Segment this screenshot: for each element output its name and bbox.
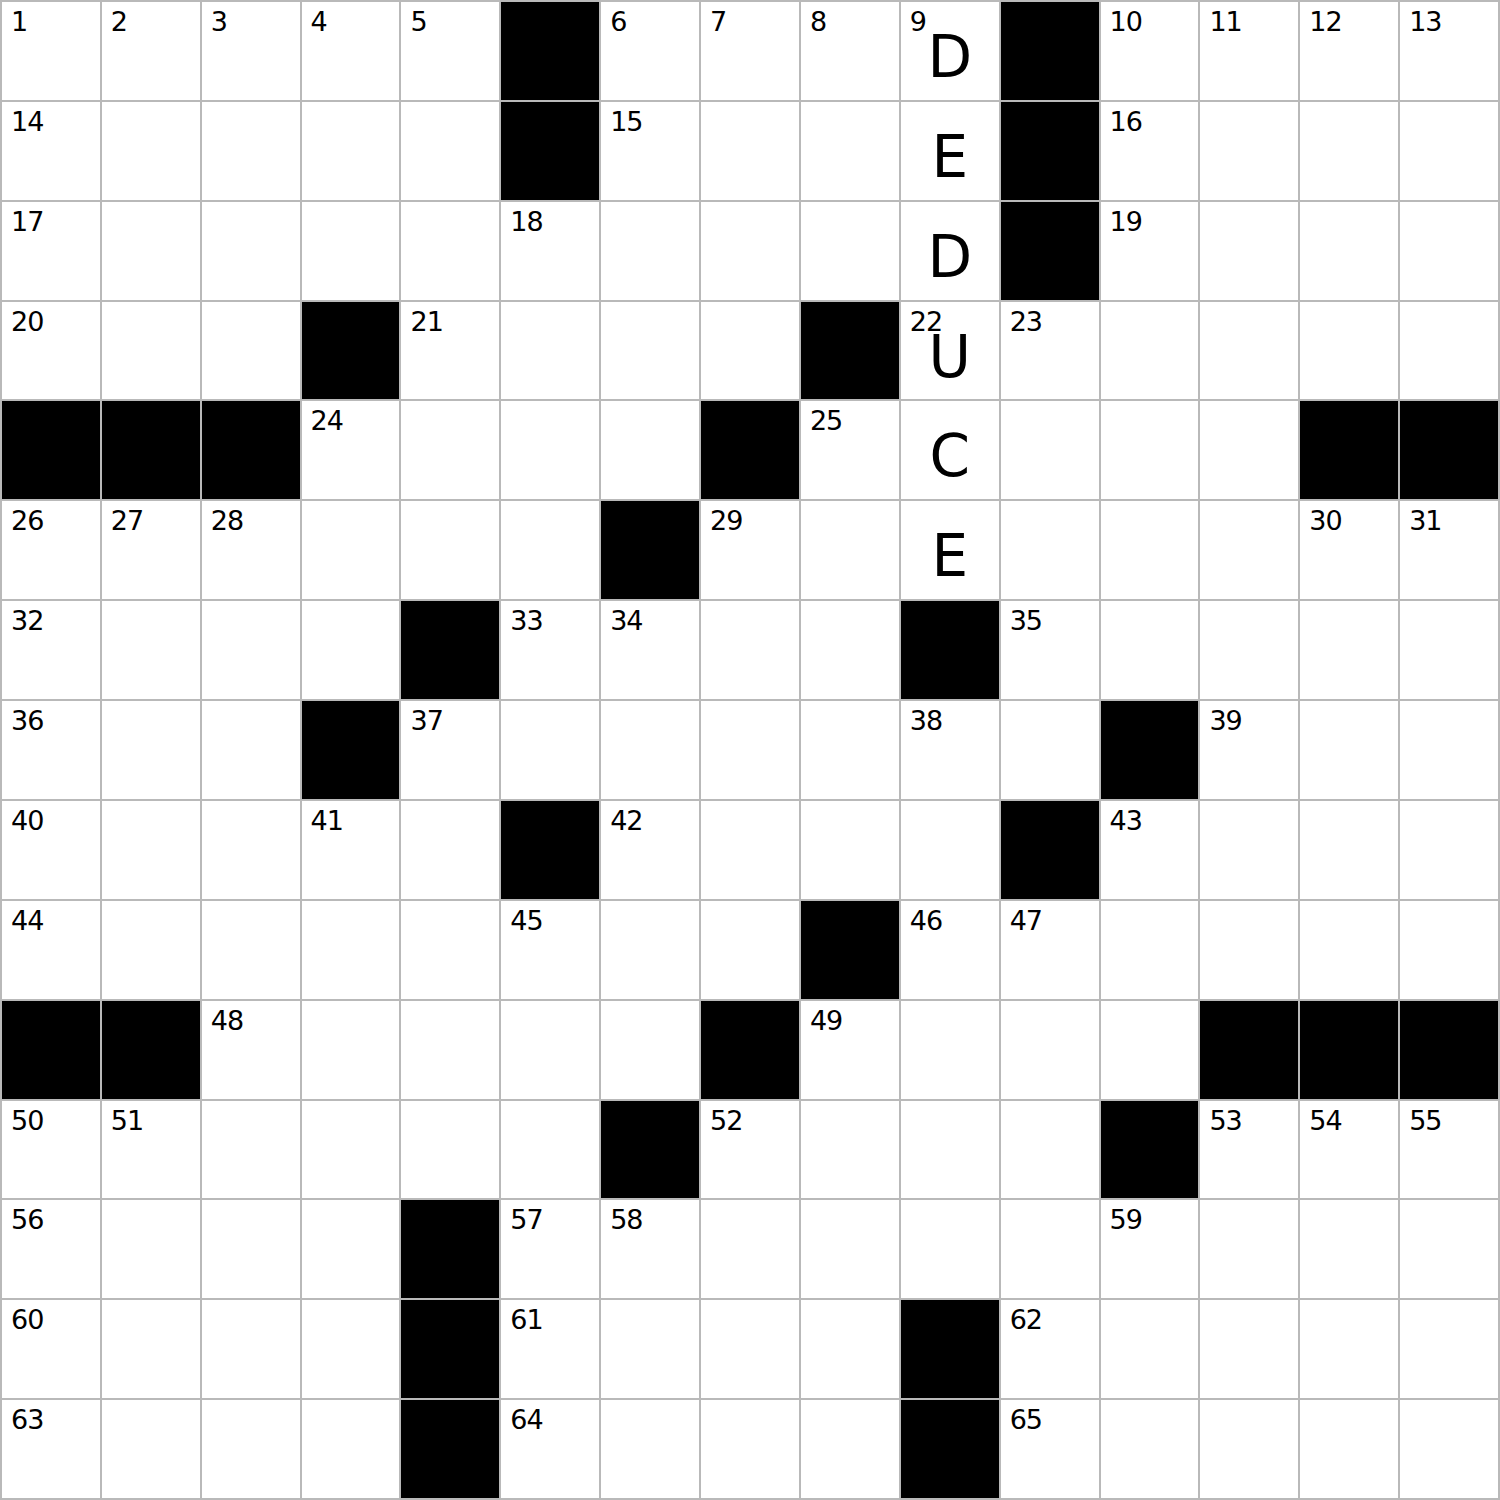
white-cell-r13c2[interactable] — [102, 1200, 200, 1298]
white-cell-r14c3[interactable] — [202, 1300, 300, 1398]
white-cell-r9c8[interactable] — [701, 801, 799, 899]
white-cell-r14c13[interactable] — [1200, 1300, 1298, 1398]
white-cell-r7c3[interactable] — [202, 601, 300, 699]
black-cell-r11c15 — [1400, 1001, 1498, 1099]
white-cell-r7c8[interactable] — [701, 601, 799, 699]
white-cell-r4c2[interactable] — [102, 302, 200, 400]
white-cell-r2c3[interactable] — [202, 102, 300, 200]
clue-number-41: 41 — [311, 807, 343, 834]
white-cell-r1c15[interactable]: 13 — [1400, 2, 1498, 100]
white-cell-r3c8[interactable] — [701, 202, 799, 300]
white-cell-r2c8[interactable] — [701, 102, 799, 200]
white-cell-r8c9[interactable] — [801, 701, 899, 799]
black-cell-r9c6 — [501, 801, 599, 899]
white-cell-r14c15[interactable] — [1400, 1300, 1498, 1398]
clue-number-27: 27 — [111, 507, 143, 534]
clue-number-38: 38 — [910, 707, 942, 734]
white-cell-r15c8[interactable] — [701, 1400, 799, 1498]
white-cell-r14c12[interactable] — [1101, 1300, 1199, 1398]
clue-number-26: 26 — [11, 507, 43, 534]
clue-number-21: 21 — [410, 308, 442, 335]
black-cell-r5c1 — [2, 401, 100, 499]
black-cell-r11c13 — [1200, 1001, 1298, 1099]
white-cell-r2c9[interactable] — [801, 102, 899, 200]
white-cell-r10c7[interactable] — [601, 901, 699, 999]
white-cell-r12c14[interactable]: 54 — [1300, 1101, 1398, 1199]
white-cell-r9c9[interactable] — [801, 801, 899, 899]
clue-number-49: 49 — [810, 1007, 842, 1034]
black-cell-r1c6 — [501, 2, 599, 100]
white-cell-r15c3[interactable] — [202, 1400, 300, 1498]
white-cell-r7c12[interactable] — [1101, 601, 1199, 699]
white-cell-r4c7[interactable] — [601, 302, 699, 400]
white-cell-r3c14[interactable] — [1300, 202, 1398, 300]
clue-number-28: 28 — [211, 507, 243, 534]
black-cell-r8c4 — [302, 701, 400, 799]
white-cell-r8c8[interactable] — [701, 701, 799, 799]
white-cell-r11c9[interactable]: 49 — [801, 1001, 899, 1099]
white-cell-r5c10[interactable]: C — [901, 401, 999, 499]
white-cell-r12c13[interactable]: 53 — [1200, 1101, 1298, 1199]
clue-number-53: 53 — [1209, 1107, 1241, 1134]
white-cell-r13c11[interactable] — [1001, 1200, 1099, 1298]
black-cell-r5c8 — [701, 401, 799, 499]
white-cell-r5c6[interactable] — [501, 401, 599, 499]
white-cell-r14c14[interactable] — [1300, 1300, 1398, 1398]
white-cell-r15c14[interactable] — [1300, 1400, 1398, 1498]
clue-number-19: 19 — [1110, 208, 1142, 235]
white-cell-r1c7[interactable]: 6 — [601, 2, 699, 100]
white-cell-r9c4[interactable]: 41 — [302, 801, 400, 899]
white-cell-r14c2[interactable] — [102, 1300, 200, 1398]
white-cell-r1c10[interactable]: 9D — [901, 2, 999, 100]
white-cell-r8c7[interactable] — [601, 701, 699, 799]
clue-number-13: 13 — [1409, 8, 1441, 35]
white-cell-r2c4[interactable] — [302, 102, 400, 200]
white-cell-r8c2[interactable] — [102, 701, 200, 799]
white-cell-r10c10[interactable]: 46 — [901, 901, 999, 999]
white-cell-r12c15[interactable]: 55 — [1400, 1101, 1498, 1199]
white-cell-r9c2[interactable] — [102, 801, 200, 899]
white-cell-r4c11[interactable]: 23 — [1001, 302, 1099, 400]
clue-number-63: 63 — [11, 1406, 43, 1433]
white-cell-r10c3[interactable] — [202, 901, 300, 999]
white-cell-r1c1[interactable]: 1 — [2, 2, 100, 100]
white-cell-r13c3[interactable] — [202, 1200, 300, 1298]
white-cell-r5c9[interactable]: 25 — [801, 401, 899, 499]
clue-number-14: 14 — [11, 108, 43, 135]
white-cell-r6c12[interactable] — [1101, 501, 1199, 599]
black-cell-r5c14 — [1300, 401, 1398, 499]
clue-number-23: 23 — [1010, 308, 1042, 335]
clue-number-51: 51 — [111, 1107, 143, 1134]
clue-number-46: 46 — [910, 907, 942, 934]
white-cell-r13c7[interactable]: 58 — [601, 1200, 699, 1298]
clue-number-62: 62 — [1010, 1306, 1042, 1333]
white-cell-r7c4[interactable] — [302, 601, 400, 699]
white-cell-r11c7[interactable] — [601, 1001, 699, 1099]
black-cell-r9c11 — [1001, 801, 1099, 899]
filled-letter-E: E — [901, 501, 999, 599]
white-cell-r4c6[interactable] — [501, 302, 599, 400]
clue-number-39: 39 — [1209, 707, 1241, 734]
white-cell-r8c6[interactable] — [501, 701, 599, 799]
black-cell-r7c5 — [401, 601, 499, 699]
white-cell-r9c1[interactable]: 40 — [2, 801, 100, 899]
clue-number-44: 44 — [11, 907, 43, 934]
white-cell-r3c9[interactable] — [801, 202, 899, 300]
white-cell-r15c7[interactable] — [601, 1400, 699, 1498]
white-cell-r4c13[interactable] — [1200, 302, 1298, 400]
black-cell-r15c10 — [901, 1400, 999, 1498]
white-cell-r13c15[interactable] — [1400, 1200, 1498, 1298]
white-cell-r7c6[interactable]: 33 — [501, 601, 599, 699]
white-cell-r4c8[interactable] — [701, 302, 799, 400]
white-cell-r2c2[interactable] — [102, 102, 200, 200]
black-cell-r11c2 — [102, 1001, 200, 1099]
clue-number-34: 34 — [610, 607, 642, 634]
white-cell-r2c10[interactable]: E — [901, 102, 999, 200]
clue-number-25: 25 — [810, 407, 842, 434]
clue-number-31: 31 — [1409, 507, 1441, 534]
white-cell-r5c5[interactable] — [401, 401, 499, 499]
white-cell-r4c3[interactable] — [202, 302, 300, 400]
white-cell-r3c3[interactable] — [202, 202, 300, 300]
white-cell-r13c14[interactable] — [1300, 1200, 1398, 1298]
clue-number-11: 11 — [1209, 8, 1241, 35]
white-cell-r7c13[interactable] — [1200, 601, 1298, 699]
white-cell-r3c5[interactable] — [401, 202, 499, 300]
white-cell-r7c11[interactable]: 35 — [1001, 601, 1099, 699]
clue-number-15: 15 — [610, 108, 642, 135]
clue-number-33: 33 — [510, 607, 542, 634]
white-cell-r1c5[interactable]: 5 — [401, 2, 499, 100]
clue-number-52: 52 — [710, 1107, 742, 1134]
white-cell-r13c8[interactable] — [701, 1200, 799, 1298]
white-cell-r3c7[interactable] — [601, 202, 699, 300]
white-cell-r4c12[interactable] — [1101, 302, 1199, 400]
white-cell-r12c11[interactable] — [1001, 1101, 1099, 1199]
clue-number-64: 64 — [510, 1406, 542, 1433]
clue-number-55: 55 — [1409, 1107, 1441, 1134]
white-cell-r9c10[interactable] — [901, 801, 999, 899]
white-cell-r13c6[interactable]: 57 — [501, 1200, 599, 1298]
clue-number-4: 4 — [311, 8, 327, 35]
white-cell-r12c5[interactable] — [401, 1101, 499, 1199]
black-cell-r5c15 — [1400, 401, 1498, 499]
white-cell-r15c12[interactable] — [1101, 1400, 1199, 1498]
white-cell-r12c9[interactable] — [801, 1101, 899, 1199]
white-cell-r8c15[interactable] — [1400, 701, 1498, 799]
filled-letter-D: D — [901, 202, 999, 300]
clue-number-10: 10 — [1110, 8, 1142, 35]
white-cell-r3c2[interactable] — [102, 202, 200, 300]
white-cell-r6c10[interactable]: E — [901, 501, 999, 599]
white-cell-r4c10[interactable]: 22U — [901, 302, 999, 400]
clue-number-40: 40 — [11, 807, 43, 834]
white-cell-r4c15[interactable] — [1400, 302, 1498, 400]
white-cell-r11c6[interactable] — [501, 1001, 599, 1099]
white-cell-r3c12[interactable]: 19 — [1101, 202, 1199, 300]
clue-number-6: 6 — [610, 8, 626, 35]
clue-number-59: 59 — [1110, 1206, 1142, 1233]
white-cell-r5c7[interactable] — [601, 401, 699, 499]
white-cell-r6c11[interactable] — [1001, 501, 1099, 599]
white-cell-r10c11[interactable]: 47 — [1001, 901, 1099, 999]
white-cell-r6c14[interactable]: 30 — [1300, 501, 1398, 599]
black-cell-r12c12 — [1101, 1101, 1199, 1199]
white-cell-r6c8[interactable]: 29 — [701, 501, 799, 599]
white-cell-r6c15[interactable]: 31 — [1400, 501, 1498, 599]
clue-number-30: 30 — [1309, 507, 1341, 534]
white-cell-r15c9[interactable] — [801, 1400, 899, 1498]
black-cell-r10c9 — [801, 901, 899, 999]
clue-number-18: 18 — [510, 208, 542, 235]
white-cell-r6c6[interactable] — [501, 501, 599, 599]
white-cell-r11c5[interactable] — [401, 1001, 499, 1099]
white-cell-r11c4[interactable] — [302, 1001, 400, 1099]
black-cell-r14c10 — [901, 1300, 999, 1398]
white-cell-r4c1[interactable]: 20 — [2, 302, 100, 400]
clue-number-57: 57 — [510, 1206, 542, 1233]
white-cell-r11c10[interactable] — [901, 1001, 999, 1099]
white-cell-r11c11[interactable] — [1001, 1001, 1099, 1099]
white-cell-r9c14[interactable] — [1300, 801, 1398, 899]
white-cell-r4c5[interactable]: 21 — [401, 302, 499, 400]
white-cell-r14c1[interactable]: 60 — [2, 1300, 100, 1398]
white-cell-r1c4[interactable]: 4 — [302, 2, 400, 100]
black-cell-r12c7 — [601, 1101, 699, 1199]
white-cell-r14c4[interactable] — [302, 1300, 400, 1398]
clue-number-58: 58 — [610, 1206, 642, 1233]
white-cell-r10c6[interactable]: 45 — [501, 901, 599, 999]
white-cell-r12c2[interactable]: 51 — [102, 1101, 200, 1199]
white-cell-r2c14[interactable] — [1300, 102, 1398, 200]
white-cell-r1c2[interactable]: 2 — [102, 2, 200, 100]
white-cell-r8c13[interactable]: 39 — [1200, 701, 1298, 799]
white-cell-r13c1[interactable]: 56 — [2, 1200, 100, 1298]
black-cell-r13c5 — [401, 1200, 499, 1298]
clue-number-5: 5 — [410, 8, 426, 35]
white-cell-r9c7[interactable]: 42 — [601, 801, 699, 899]
black-cell-r2c6 — [501, 102, 599, 200]
white-cell-r15c4[interactable] — [302, 1400, 400, 1498]
white-cell-r15c13[interactable] — [1200, 1400, 1298, 1498]
white-cell-r7c2[interactable] — [102, 601, 200, 699]
clue-number-7: 7 — [710, 8, 726, 35]
clue-number-17: 17 — [11, 208, 43, 235]
white-cell-r9c15[interactable] — [1400, 801, 1498, 899]
clue-number-48: 48 — [211, 1007, 243, 1034]
clue-number-16: 16 — [1110, 108, 1142, 135]
clue-number-61: 61 — [510, 1306, 542, 1333]
white-cell-r14c9[interactable] — [801, 1300, 899, 1398]
white-cell-r14c7[interactable] — [601, 1300, 699, 1398]
white-cell-r13c9[interactable] — [801, 1200, 899, 1298]
white-cell-r2c1[interactable]: 14 — [2, 102, 100, 200]
white-cell-r12c10[interactable] — [901, 1101, 999, 1199]
white-cell-r9c12[interactable]: 43 — [1101, 801, 1199, 899]
white-cell-r13c4[interactable] — [302, 1200, 400, 1298]
clue-number-50: 50 — [11, 1107, 43, 1134]
black-cell-r11c8 — [701, 1001, 799, 1099]
white-cell-r1c3[interactable]: 3 — [202, 2, 300, 100]
white-cell-r6c1[interactable]: 26 — [2, 501, 100, 599]
clue-number-12: 12 — [1309, 8, 1341, 35]
white-cell-r3c10[interactable]: D — [901, 202, 999, 300]
white-cell-r9c13[interactable] — [1200, 801, 1298, 899]
white-cell-r12c1[interactable]: 50 — [2, 1101, 100, 1199]
white-cell-r6c3[interactable]: 28 — [202, 501, 300, 599]
clue-number-65: 65 — [1010, 1406, 1042, 1433]
white-cell-r9c3[interactable] — [202, 801, 300, 899]
white-cell-r2c15[interactable] — [1400, 102, 1498, 200]
white-cell-r6c2[interactable]: 27 — [102, 501, 200, 599]
white-cell-r13c12[interactable]: 59 — [1101, 1200, 1199, 1298]
white-cell-r3c1[interactable]: 17 — [2, 202, 100, 300]
white-cell-r2c13[interactable] — [1200, 102, 1298, 200]
white-cell-r9c5[interactable] — [401, 801, 499, 899]
white-cell-r12c8[interactable]: 52 — [701, 1101, 799, 1199]
white-cell-r7c7[interactable]: 34 — [601, 601, 699, 699]
white-cell-r8c14[interactable] — [1300, 701, 1398, 799]
white-cell-r5c4[interactable]: 24 — [302, 401, 400, 499]
white-cell-r10c12[interactable] — [1101, 901, 1199, 999]
clue-number-60: 60 — [11, 1306, 43, 1333]
white-cell-r1c9[interactable]: 8 — [801, 2, 899, 100]
white-cell-r10c14[interactable] — [1300, 901, 1398, 999]
clue-number-47: 47 — [1010, 907, 1042, 934]
black-cell-r11c14 — [1300, 1001, 1398, 1099]
clue-number-2: 2 — [111, 8, 127, 35]
white-cell-r13c13[interactable] — [1200, 1200, 1298, 1298]
black-cell-r4c4 — [302, 302, 400, 400]
filled-letter-D: D — [901, 2, 999, 100]
clue-number-54: 54 — [1309, 1107, 1341, 1134]
white-cell-r10c13[interactable] — [1200, 901, 1298, 999]
clue-number-24: 24 — [311, 407, 343, 434]
white-cell-r2c7[interactable]: 15 — [601, 102, 699, 200]
white-cell-r3c13[interactable] — [1200, 202, 1298, 300]
black-cell-r5c2 — [102, 401, 200, 499]
white-cell-r15c6[interactable]: 64 — [501, 1400, 599, 1498]
white-cell-r3c6[interactable]: 18 — [501, 202, 599, 300]
clue-number-56: 56 — [11, 1206, 43, 1233]
clue-number-8: 8 — [810, 8, 826, 35]
white-cell-r8c10[interactable]: 38 — [901, 701, 999, 799]
white-cell-r12c6[interactable] — [501, 1101, 599, 1199]
white-cell-r8c3[interactable] — [202, 701, 300, 799]
clue-number-43: 43 — [1110, 807, 1142, 834]
black-cell-r14c5 — [401, 1300, 499, 1398]
black-cell-r1c11 — [1001, 2, 1099, 100]
white-cell-r15c11[interactable]: 65 — [1001, 1400, 1099, 1498]
white-cell-r14c8[interactable] — [701, 1300, 799, 1398]
clue-number-35: 35 — [1010, 607, 1042, 634]
clue-number-3: 3 — [211, 8, 227, 35]
white-cell-r13c10[interactable] — [901, 1200, 999, 1298]
white-cell-r11c3[interactable]: 48 — [202, 1001, 300, 1099]
white-cell-r10c1[interactable]: 44 — [2, 901, 100, 999]
white-cell-r10c8[interactable] — [701, 901, 799, 999]
clue-number-45: 45 — [510, 907, 542, 934]
white-cell-r6c9[interactable] — [801, 501, 899, 599]
white-cell-r15c1[interactable]: 63 — [2, 1400, 100, 1498]
white-cell-r10c2[interactable] — [102, 901, 200, 999]
black-cell-r4c9 — [801, 302, 899, 400]
white-cell-r14c11[interactable]: 62 — [1001, 1300, 1099, 1398]
white-cell-r1c14[interactable]: 12 — [1300, 2, 1398, 100]
clue-number-36: 36 — [11, 707, 43, 734]
white-cell-r7c15[interactable] — [1400, 601, 1498, 699]
white-cell-r5c12[interactable] — [1101, 401, 1199, 499]
white-cell-r6c13[interactable] — [1200, 501, 1298, 599]
white-cell-r10c5[interactable] — [401, 901, 499, 999]
clue-number-1: 1 — [11, 8, 27, 35]
clue-number-37: 37 — [410, 707, 442, 734]
black-cell-r8c12 — [1101, 701, 1199, 799]
white-cell-r8c5[interactable]: 37 — [401, 701, 499, 799]
white-cell-r5c13[interactable] — [1200, 401, 1298, 499]
filled-letter-E: E — [901, 102, 999, 200]
white-cell-r6c5[interactable] — [401, 501, 499, 599]
filled-letter-C: C — [901, 401, 999, 499]
white-cell-r4c14[interactable] — [1300, 302, 1398, 400]
black-cell-r7c10 — [901, 601, 999, 699]
white-cell-r2c5[interactable] — [401, 102, 499, 200]
white-cell-r7c1[interactable]: 32 — [2, 601, 100, 699]
crossword-grid: 123456789D101112131415E161718D19202122U2… — [0, 0, 1500, 1500]
white-cell-r10c4[interactable] — [302, 901, 400, 999]
white-cell-r14c6[interactable]: 61 — [501, 1300, 599, 1398]
filled-letter-U: U — [901, 302, 999, 400]
white-cell-r12c3[interactable] — [202, 1101, 300, 1199]
white-cell-r5c11[interactable] — [1001, 401, 1099, 499]
clue-number-42: 42 — [610, 807, 642, 834]
black-cell-r3c11 — [1001, 202, 1099, 300]
white-cell-r1c12[interactable]: 10 — [1101, 2, 1199, 100]
white-cell-r3c4[interactable] — [302, 202, 400, 300]
white-cell-r1c8[interactable]: 7 — [701, 2, 799, 100]
white-cell-r6c4[interactable] — [302, 501, 400, 599]
clue-number-32: 32 — [11, 607, 43, 634]
black-cell-r11c1 — [2, 1001, 100, 1099]
black-cell-r5c3 — [202, 401, 300, 499]
clue-number-20: 20 — [11, 308, 43, 335]
white-cell-r3c15[interactable] — [1400, 202, 1498, 300]
white-cell-r7c9[interactable] — [801, 601, 899, 699]
white-cell-r7c14[interactable] — [1300, 601, 1398, 699]
white-cell-r1c13[interactable]: 11 — [1200, 2, 1298, 100]
black-cell-r15c5 — [401, 1400, 499, 1498]
white-cell-r2c12[interactable]: 16 — [1101, 102, 1199, 200]
white-cell-r15c15[interactable] — [1400, 1400, 1498, 1498]
clue-number-29: 29 — [710, 507, 742, 534]
black-cell-r6c7 — [601, 501, 699, 599]
black-cell-r2c11 — [1001, 102, 1099, 200]
white-cell-r10c15[interactable] — [1400, 901, 1498, 999]
white-cell-r12c4[interactable] — [302, 1101, 400, 1199]
white-cell-r8c1[interactable]: 36 — [2, 701, 100, 799]
white-cell-r11c12[interactable] — [1101, 1001, 1199, 1099]
white-cell-r8c11[interactable] — [1001, 701, 1099, 799]
white-cell-r15c2[interactable] — [102, 1400, 200, 1498]
